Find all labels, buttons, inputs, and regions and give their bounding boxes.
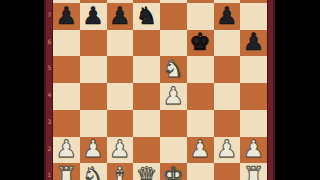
square-a3 (53, 110, 80, 137)
white-rook-a1: ♜ (56, 163, 78, 180)
square-e1: ♚ (160, 163, 187, 180)
square-g7: ♟ (214, 3, 241, 30)
square-f2: ♟ (187, 137, 214, 164)
white-bishop-c1: ♝ (109, 163, 131, 180)
black-pawn-b7: ♟ (82, 3, 104, 30)
white-king-e1: ♚ (163, 163, 185, 180)
white-knight-b1: ♞ (82, 163, 104, 180)
black-king-f6: ♚ (189, 29, 211, 56)
square-d3 (133, 110, 160, 137)
white-pawn-c2: ♟ (109, 136, 131, 163)
square-c2: ♟ (107, 137, 134, 164)
square-c4 (107, 83, 134, 110)
square-f1 (187, 163, 214, 180)
square-c6 (107, 30, 134, 57)
square-a6 (53, 30, 80, 57)
square-b3 (80, 110, 107, 137)
square-h5 (240, 56, 267, 83)
square-d4 (133, 83, 160, 110)
black-pawn-h6: ♟ (243, 29, 265, 56)
white-pawn-b2: ♟ (82, 136, 104, 163)
square-h7 (240, 3, 267, 30)
square-f4 (187, 83, 214, 110)
square-f5 (187, 56, 214, 83)
square-e2 (160, 137, 187, 164)
white-pawn-g2: ♟ (216, 136, 238, 163)
white-pawn-e4: ♟ (163, 83, 185, 110)
square-g3 (214, 110, 241, 137)
square-e5: ♞ (160, 56, 187, 83)
white-queen-d1: ♛ (136, 163, 158, 180)
square-d1: ♛ (133, 163, 160, 180)
video-frame: ♜♝♛♝♞♜♟♟♟♞♟♚♟♞♟♟♟♟♟♟♟♜♞♝♛♚♜ 87654321 (0, 0, 320, 180)
rank-label-6: 6 (45, 39, 54, 45)
rank-label-5: 5 (45, 65, 54, 71)
square-b5 (80, 56, 107, 83)
square-g5 (214, 56, 241, 83)
square-e4: ♟ (160, 83, 187, 110)
white-pawn-f2: ♟ (189, 136, 211, 163)
letterbox-bar-left (0, 0, 44, 180)
square-b7: ♟ (80, 3, 107, 30)
square-h3 (240, 110, 267, 137)
square-g2: ♟ (214, 137, 241, 164)
square-h2: ♟ (240, 137, 267, 164)
square-c1: ♝ (107, 163, 134, 180)
white-pawn-a2: ♟ (56, 136, 78, 163)
square-h6: ♟ (240, 30, 267, 57)
chess-board: ♜♝♛♝♞♜♟♟♟♞♟♚♟♞♟♟♟♟♟♟♟♜♞♝♛♚♜ (53, 0, 267, 180)
black-pawn-g7: ♟ (216, 3, 238, 30)
rank-label-2: 2 (45, 146, 54, 152)
square-b1: ♞ (80, 163, 107, 180)
square-g4 (214, 83, 241, 110)
square-g6 (214, 30, 241, 57)
square-e7 (160, 3, 187, 30)
black-pawn-a7: ♟ (56, 3, 78, 30)
square-g1 (214, 163, 241, 180)
square-f3 (187, 110, 214, 137)
square-d2 (133, 137, 160, 164)
square-d5 (133, 56, 160, 83)
square-c3 (107, 110, 134, 137)
square-a4 (53, 83, 80, 110)
square-b2: ♟ (80, 137, 107, 164)
square-c5 (107, 56, 134, 83)
square-b6 (80, 30, 107, 57)
square-a2: ♟ (53, 137, 80, 164)
square-c7: ♟ (107, 3, 134, 30)
square-d6 (133, 30, 160, 57)
black-knight-d7: ♞ (136, 3, 158, 30)
square-d7: ♞ (133, 3, 160, 30)
square-f7 (187, 3, 214, 30)
square-e6 (160, 30, 187, 57)
rank-label-4: 4 (45, 92, 54, 98)
white-knight-e5: ♞ (163, 56, 185, 83)
square-b4 (80, 83, 107, 110)
square-a5 (53, 56, 80, 83)
rank-label-3: 3 (45, 119, 54, 125)
black-pawn-c7: ♟ (109, 3, 131, 30)
square-e3 (160, 110, 187, 137)
rank-label-7: 7 (45, 12, 54, 18)
white-rook-h1: ♜ (243, 163, 265, 180)
square-a1: ♜ (53, 163, 80, 180)
square-a7: ♟ (53, 3, 80, 30)
square-h1: ♜ (240, 163, 267, 180)
letterbox-bar-right (275, 0, 320, 180)
square-h4 (240, 83, 267, 110)
white-pawn-h2: ♟ (243, 136, 265, 163)
square-f6: ♚ (187, 30, 214, 57)
rank-label-1: 1 (45, 172, 54, 178)
